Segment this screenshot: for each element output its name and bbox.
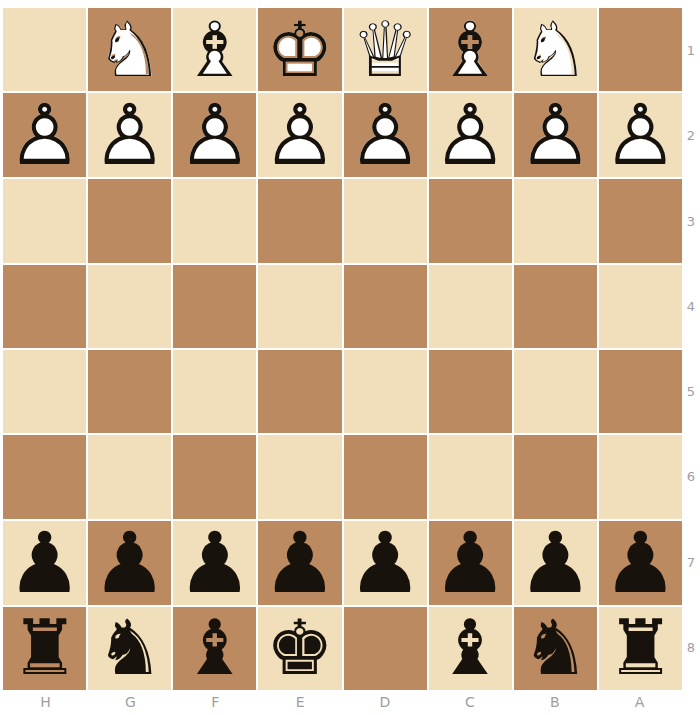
square-f1[interactable]: ♝♗ — [173, 8, 256, 91]
square-g3[interactable] — [88, 179, 171, 262]
square-c7[interactable]: ♟ — [429, 521, 512, 605]
square-f7[interactable]: ♟ — [173, 521, 256, 605]
square-c2[interactable]: ♟♙ — [429, 93, 512, 177]
square-c3[interactable] — [429, 179, 512, 262]
white-king-icon[interactable]: ♚♔ — [266, 12, 334, 88]
white-pawn-icon[interactable]: ♟♙ — [347, 93, 422, 177]
white-pawn-icon[interactable]: ♟♙ — [177, 93, 252, 177]
rank-label-6: 6 — [682, 434, 700, 519]
square-d2[interactable]: ♟♙ — [344, 93, 427, 177]
square-f6[interactable] — [173, 435, 256, 518]
square-a4[interactable] — [599, 265, 682, 348]
square-e7[interactable]: ♟ — [258, 521, 341, 605]
white-knight-icon[interactable]: ♞♘ — [521, 12, 589, 88]
square-a5[interactable] — [599, 350, 682, 433]
white-pawn-icon[interactable]: ♟♙ — [518, 93, 593, 177]
square-d5[interactable] — [344, 350, 427, 433]
black-bishop-icon[interactable]: ♝ — [436, 610, 504, 686]
rank-label-7: 7 — [682, 520, 700, 605]
square-g6[interactable] — [88, 435, 171, 518]
square-g5[interactable] — [88, 350, 171, 433]
square-a3[interactable] — [599, 179, 682, 262]
black-pawn-icon[interactable]: ♟ — [177, 521, 252, 605]
black-rook-icon[interactable]: ♜ — [10, 610, 78, 686]
square-b5[interactable] — [514, 350, 597, 433]
rank-label-2: 2 — [682, 93, 700, 178]
square-e3[interactable] — [258, 179, 341, 262]
rank-coordinates: 12345678 — [682, 8, 700, 690]
black-pawn-icon[interactable]: ♟ — [433, 521, 508, 605]
square-a2[interactable]: ♟♙ — [599, 93, 682, 177]
square-a6[interactable] — [599, 435, 682, 518]
square-b1[interactable]: ♞♘ — [514, 8, 597, 91]
white-bishop-icon[interactable]: ♝♗ — [436, 12, 504, 88]
black-pawn-icon[interactable]: ♟ — [92, 521, 167, 605]
black-pawn-icon[interactable]: ♟ — [603, 521, 678, 605]
file-label-d: D — [343, 690, 428, 714]
file-label-b: B — [512, 690, 597, 714]
square-c6[interactable] — [429, 435, 512, 518]
file-label-a: A — [597, 690, 682, 714]
file-label-g: G — [88, 690, 173, 714]
black-pawn-icon[interactable]: ♟ — [518, 521, 593, 605]
black-knight-icon[interactable]: ♞ — [96, 610, 164, 686]
chess-board: ♞♘♝♗♚♔♛♕♝♗♞♘♟♙♟♙♟♙♟♙♟♙♟♙♟♙♟♙♟♟♟♟♟♟♟♟♜♞♝♚… — [3, 8, 682, 690]
file-label-e: E — [258, 690, 343, 714]
square-e1[interactable]: ♚♔ — [258, 8, 341, 91]
square-f3[interactable] — [173, 179, 256, 262]
rank-label-4: 4 — [682, 264, 700, 349]
square-b4[interactable] — [514, 265, 597, 348]
square-c8[interactable]: ♝ — [429, 607, 512, 690]
white-queen-icon[interactable]: ♛♕ — [351, 12, 419, 88]
rank-label-3: 3 — [682, 179, 700, 264]
square-d1[interactable]: ♛♕ — [344, 8, 427, 91]
square-e6[interactable] — [258, 435, 341, 518]
black-pawn-icon[interactable]: ♟ — [347, 521, 422, 605]
square-f4[interactable] — [173, 265, 256, 348]
black-bishop-icon[interactable]: ♝ — [181, 610, 249, 686]
white-pawn-icon[interactable]: ♟♙ — [433, 93, 508, 177]
square-b8[interactable]: ♞ — [514, 607, 597, 690]
square-g1[interactable]: ♞♘ — [88, 8, 171, 91]
square-h2[interactable]: ♟♙ — [3, 93, 86, 177]
file-label-f: F — [173, 690, 258, 714]
square-b7[interactable]: ♟ — [514, 521, 597, 605]
file-coordinates: HGFEDCBA — [3, 690, 682, 714]
square-h7[interactable]: ♟ — [3, 521, 86, 605]
black-pawn-icon[interactable]: ♟ — [262, 521, 337, 605]
square-c5[interactable] — [429, 350, 512, 433]
square-c1[interactable]: ♝♗ — [429, 8, 512, 91]
square-h6[interactable] — [3, 435, 86, 518]
square-f2[interactable]: ♟♙ — [173, 93, 256, 177]
square-h8[interactable]: ♜ — [3, 607, 86, 690]
black-king-icon[interactable]: ♚ — [266, 610, 334, 686]
white-pawn-icon[interactable]: ♟♙ — [7, 93, 82, 177]
square-h1[interactable] — [3, 8, 86, 91]
square-b2[interactable]: ♟♙ — [514, 93, 597, 177]
square-d8[interactable] — [344, 607, 427, 690]
black-rook-icon[interactable]: ♜ — [606, 610, 674, 686]
square-g2[interactable]: ♟♙ — [88, 93, 171, 177]
square-g8[interactable]: ♞ — [88, 607, 171, 690]
square-b6[interactable] — [514, 435, 597, 518]
square-e5[interactable] — [258, 350, 341, 433]
square-d3[interactable] — [344, 179, 427, 262]
chess-diagram: ♞♘♝♗♚♔♛♕♝♗♞♘♟♙♟♙♟♙♟♙♟♙♟♙♟♙♟♙♟♟♟♟♟♟♟♟♜♞♝♚… — [0, 0, 700, 715]
square-h4[interactable] — [3, 265, 86, 348]
black-pawn-icon[interactable]: ♟ — [7, 521, 82, 605]
white-knight-icon[interactable]: ♞♘ — [96, 12, 164, 88]
file-label-h: H — [3, 690, 88, 714]
square-e4[interactable] — [258, 265, 341, 348]
square-h5[interactable] — [3, 350, 86, 433]
square-e8[interactable]: ♚ — [258, 607, 341, 690]
square-d7[interactable]: ♟ — [344, 521, 427, 605]
square-a1[interactable] — [599, 8, 682, 91]
square-e2[interactable]: ♟♙ — [258, 93, 341, 177]
square-a8[interactable]: ♜ — [599, 607, 682, 690]
square-d4[interactable] — [344, 265, 427, 348]
white-pawn-icon[interactable]: ♟♙ — [92, 93, 167, 177]
square-g4[interactable] — [88, 265, 171, 348]
rank-label-5: 5 — [682, 349, 700, 434]
square-g7[interactable]: ♟ — [88, 521, 171, 605]
file-label-c: C — [427, 690, 512, 714]
white-bishop-icon[interactable]: ♝♗ — [181, 12, 249, 88]
square-a7[interactable]: ♟ — [599, 521, 682, 605]
square-d6[interactable] — [344, 435, 427, 518]
square-h3[interactable] — [3, 179, 86, 262]
square-f8[interactable]: ♝ — [173, 607, 256, 690]
white-pawn-icon[interactable]: ♟♙ — [262, 93, 337, 177]
rank-label-8: 8 — [682, 605, 700, 690]
square-c4[interactable] — [429, 265, 512, 348]
rank-label-1: 1 — [682, 8, 700, 93]
square-b3[interactable] — [514, 179, 597, 262]
square-f5[interactable] — [173, 350, 256, 433]
white-pawn-icon[interactable]: ♟♙ — [603, 93, 678, 177]
black-knight-icon[interactable]: ♞ — [521, 610, 589, 686]
